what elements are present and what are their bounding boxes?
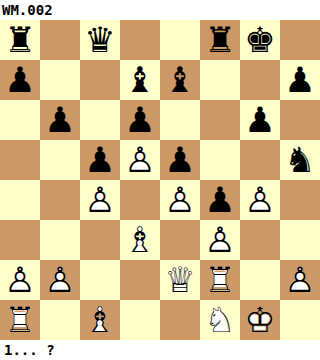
square-c1[interactable]: ♝♗: [80, 300, 120, 340]
square-b2[interactable]: ♟♙: [40, 260, 80, 300]
white-pawn-piece: ♟♙: [200, 220, 240, 260]
square-b4[interactable]: [40, 180, 80, 220]
square-g2[interactable]: [240, 260, 280, 300]
square-h7[interactable]: ♟: [280, 60, 320, 100]
black-queen-piece: ♛: [80, 20, 120, 60]
square-e1[interactable]: [160, 300, 200, 340]
square-a1[interactable]: ♜♖: [0, 300, 40, 340]
square-f5[interactable]: [200, 140, 240, 180]
black-pawn-piece: ♟: [160, 140, 200, 180]
white-pawn-piece: ♟♙: [40, 260, 80, 300]
square-d7[interactable]: ♝: [120, 60, 160, 100]
square-d4[interactable]: [120, 180, 160, 220]
move-prompt: 1... ?: [0, 340, 320, 360]
white-rook-piece: ♜♖: [200, 260, 240, 300]
square-c8[interactable]: ♛: [80, 20, 120, 60]
white-pawn-piece: ♟♙: [0, 260, 40, 300]
white-bishop-piece: ♝♗: [80, 300, 120, 340]
square-e7[interactable]: ♝: [160, 60, 200, 100]
square-e4[interactable]: ♟♙: [160, 180, 200, 220]
white-king-piece: ♚♔: [240, 300, 280, 340]
square-f2[interactable]: ♜♖: [200, 260, 240, 300]
square-e5[interactable]: ♟: [160, 140, 200, 180]
square-a7[interactable]: ♟: [0, 60, 40, 100]
white-rook-piece: ♜♖: [0, 300, 40, 340]
black-pawn-piece: ♟: [40, 100, 80, 140]
square-g8[interactable]: ♚: [240, 20, 280, 60]
square-d8[interactable]: [120, 20, 160, 60]
black-pawn-piece: ♟: [240, 100, 280, 140]
black-bishop-piece: ♝: [160, 60, 200, 100]
square-a6[interactable]: [0, 100, 40, 140]
square-b3[interactable]: [40, 220, 80, 260]
square-h5[interactable]: ♞: [280, 140, 320, 180]
white-pawn-piece: ♟♙: [280, 260, 320, 300]
square-g5[interactable]: [240, 140, 280, 180]
square-e2[interactable]: ♛♕: [160, 260, 200, 300]
square-d5[interactable]: ♟♙: [120, 140, 160, 180]
chess-diagram-page: WM.002 ♜♛♜♚♟♝♝♟♟♟♟♟♟♙♟♞♟♙♟♙♟♟♙♝♗♟♙♟♙♟♙♛♕…: [0, 0, 320, 360]
square-h1[interactable]: [280, 300, 320, 340]
black-rook-piece: ♜: [200, 20, 240, 60]
square-b8[interactable]: [40, 20, 80, 60]
square-e3[interactable]: [160, 220, 200, 260]
square-f8[interactable]: ♜: [200, 20, 240, 60]
square-h6[interactable]: [280, 100, 320, 140]
square-e8[interactable]: [160, 20, 200, 60]
square-d3[interactable]: ♝♗: [120, 220, 160, 260]
square-a3[interactable]: [0, 220, 40, 260]
square-c4[interactable]: ♟♙: [80, 180, 120, 220]
black-pawn-piece: ♟: [0, 60, 40, 100]
white-pawn-piece: ♟♙: [120, 140, 160, 180]
square-f4[interactable]: ♟: [200, 180, 240, 220]
square-h8[interactable]: [280, 20, 320, 60]
black-pawn-piece: ♟: [280, 60, 320, 100]
square-d2[interactable]: [120, 260, 160, 300]
square-h2[interactable]: ♟♙: [280, 260, 320, 300]
square-f1[interactable]: ♞♘: [200, 300, 240, 340]
square-a5[interactable]: [0, 140, 40, 180]
white-pawn-piece: ♟♙: [240, 180, 280, 220]
square-g6[interactable]: ♟: [240, 100, 280, 140]
square-e6[interactable]: [160, 100, 200, 140]
square-b1[interactable]: [40, 300, 80, 340]
white-bishop-piece: ♝♗: [120, 220, 160, 260]
black-pawn-piece: ♟: [200, 180, 240, 220]
square-a8[interactable]: ♜: [0, 20, 40, 60]
chess-board: ♜♛♜♚♟♝♝♟♟♟♟♟♟♙♟♞♟♙♟♙♟♟♙♝♗♟♙♟♙♟♙♛♕♜♖♟♙♜♖♝…: [0, 20, 320, 340]
square-f3[interactable]: ♟♙: [200, 220, 240, 260]
black-knight-piece: ♞: [280, 140, 320, 180]
black-king-piece: ♚: [240, 20, 280, 60]
square-d1[interactable]: [120, 300, 160, 340]
square-b7[interactable]: [40, 60, 80, 100]
square-h4[interactable]: [280, 180, 320, 220]
white-pawn-piece: ♟♙: [160, 180, 200, 220]
square-c7[interactable]: [80, 60, 120, 100]
black-bishop-piece: ♝: [120, 60, 160, 100]
square-c5[interactable]: ♟: [80, 140, 120, 180]
white-queen-piece: ♛♕: [160, 260, 200, 300]
square-c6[interactable]: [80, 100, 120, 140]
black-rook-piece: ♜: [0, 20, 40, 60]
square-g3[interactable]: [240, 220, 280, 260]
square-d6[interactable]: ♟: [120, 100, 160, 140]
square-g1[interactable]: ♚♔: [240, 300, 280, 340]
white-pawn-piece: ♟♙: [80, 180, 120, 220]
white-knight-piece: ♞♘: [200, 300, 240, 340]
square-a2[interactable]: ♟♙: [0, 260, 40, 300]
square-g4[interactable]: ♟♙: [240, 180, 280, 220]
square-f6[interactable]: [200, 100, 240, 140]
square-f7[interactable]: [200, 60, 240, 100]
square-b6[interactable]: ♟: [40, 100, 80, 140]
square-b5[interactable]: [40, 140, 80, 180]
square-c3[interactable]: [80, 220, 120, 260]
square-a4[interactable]: [0, 180, 40, 220]
diagram-title: WM.002: [0, 0, 320, 20]
black-pawn-piece: ♟: [80, 140, 120, 180]
black-pawn-piece: ♟: [120, 100, 160, 140]
square-h3[interactable]: [280, 220, 320, 260]
square-c2[interactable]: [80, 260, 120, 300]
square-g7[interactable]: [240, 60, 280, 100]
